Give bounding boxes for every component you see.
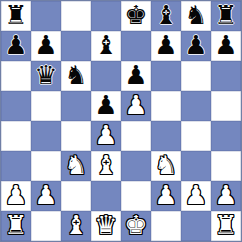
black-queen-b6[interactable]: ♛ [34,60,57,90]
white-pawn-a2[interactable]: ♟ [4,180,27,210]
black-knight-g8[interactable]: ♞ [184,0,207,30]
black-pawn-a7[interactable]: ♟ [4,30,27,60]
black-pawn-b7[interactable]: ♟ [34,30,57,60]
black-bishop-d7[interactable]: ♝ [94,30,117,60]
square-a1[interactable]: ♜ [1,211,31,241]
square-e6[interactable]: ♟ [121,61,151,91]
square-a3[interactable] [1,151,31,181]
white-pawn-g2[interactable]: ♟ [184,180,207,210]
white-pawn-d4[interactable]: ♟ [94,120,117,150]
square-g7[interactable]: ♟ [181,31,211,61]
square-a8[interactable]: ♜ [1,1,31,31]
square-c7[interactable] [61,31,91,61]
square-f3[interactable]: ♞ [151,151,181,181]
square-g8[interactable]: ♞ [181,1,211,31]
square-c4[interactable] [61,121,91,151]
black-pawn-f7[interactable]: ♟ [154,30,177,60]
square-h4[interactable] [211,121,241,151]
square-e7[interactable] [121,31,151,61]
square-d4[interactable]: ♟ [91,121,121,151]
square-a2[interactable]: ♟ [1,181,31,211]
square-f7[interactable]: ♟ [151,31,181,61]
white-bishop-c1[interactable]: ♝ [64,210,87,240]
square-g6[interactable] [181,61,211,91]
square-h1[interactable]: ♜ [211,211,241,241]
chess-board: ♜♚♝♞♜♟♟♝♟♟♟♛♞♟♟♟♟♞♝♞♟♟♟♟♟♜♝♛♚♜ [1,1,241,241]
black-rook-h8[interactable]: ♜ [214,0,237,30]
square-c5[interactable] [61,91,91,121]
black-knight-c6[interactable]: ♞ [64,60,87,90]
black-pawn-d5[interactable]: ♟ [94,90,117,120]
square-c6[interactable]: ♞ [61,61,91,91]
white-rook-h1[interactable]: ♜ [214,210,237,240]
square-h3[interactable] [211,151,241,181]
square-a4[interactable] [1,121,31,151]
square-b4[interactable] [31,121,61,151]
square-a5[interactable] [1,91,31,121]
white-pawn-h2[interactable]: ♟ [214,180,237,210]
square-f4[interactable] [151,121,181,151]
chess-board-frame: ♜♚♝♞♜♟♟♝♟♟♟♛♞♟♟♟♟♞♝♞♟♟♟♟♟♜♝♛♚♜ [0,0,242,242]
black-bishop-f8[interactable]: ♝ [154,0,177,30]
square-c3[interactable]: ♞ [61,151,91,181]
square-g3[interactable] [181,151,211,181]
square-f5[interactable] [151,91,181,121]
white-queen-d1[interactable]: ♛ [94,210,117,240]
square-c8[interactable] [61,1,91,31]
square-d5[interactable]: ♟ [91,91,121,121]
square-d6[interactable] [91,61,121,91]
square-e2[interactable] [121,181,151,211]
square-h8[interactable]: ♜ [211,1,241,31]
white-king-e1[interactable]: ♚ [124,210,147,240]
square-d2[interactable] [91,181,121,211]
square-d7[interactable]: ♝ [91,31,121,61]
square-g2[interactable]: ♟ [181,181,211,211]
square-b1[interactable] [31,211,61,241]
square-a7[interactable]: ♟ [1,31,31,61]
square-g4[interactable] [181,121,211,151]
square-f8[interactable]: ♝ [151,1,181,31]
square-h5[interactable] [211,91,241,121]
white-pawn-b2[interactable]: ♟ [34,180,57,210]
square-c1[interactable]: ♝ [61,211,91,241]
white-rook-a1[interactable]: ♜ [4,210,27,240]
square-g1[interactable] [181,211,211,241]
square-e8[interactable]: ♚ [121,1,151,31]
white-knight-c3[interactable]: ♞ [64,150,87,180]
black-king-e8[interactable]: ♚ [124,0,147,30]
square-h6[interactable] [211,61,241,91]
white-pawn-f2[interactable]: ♟ [154,180,177,210]
square-d3[interactable]: ♝ [91,151,121,181]
black-pawn-e6[interactable]: ♟ [124,60,147,90]
square-b3[interactable] [31,151,61,181]
square-b7[interactable]: ♟ [31,31,61,61]
square-e1[interactable]: ♚ [121,211,151,241]
square-f6[interactable] [151,61,181,91]
square-f2[interactable]: ♟ [151,181,181,211]
square-g5[interactable] [181,91,211,121]
square-f1[interactable] [151,211,181,241]
white-bishop-d3[interactable]: ♝ [94,150,117,180]
square-b2[interactable]: ♟ [31,181,61,211]
black-pawn-g7[interactable]: ♟ [184,30,207,60]
square-e3[interactable] [121,151,151,181]
square-h7[interactable]: ♟ [211,31,241,61]
black-pawn-h7[interactable]: ♟ [214,30,237,60]
square-b6[interactable]: ♛ [31,61,61,91]
white-pawn-e5[interactable]: ♟ [124,90,147,120]
square-e4[interactable] [121,121,151,151]
black-rook-a8[interactable]: ♜ [4,0,27,30]
square-h2[interactable]: ♟ [211,181,241,211]
square-a6[interactable] [1,61,31,91]
square-d8[interactable] [91,1,121,31]
square-e5[interactable]: ♟ [121,91,151,121]
square-b8[interactable] [31,1,61,31]
square-c2[interactable] [61,181,91,211]
square-d1[interactable]: ♛ [91,211,121,241]
white-knight-f3[interactable]: ♞ [154,150,177,180]
square-b5[interactable] [31,91,61,121]
